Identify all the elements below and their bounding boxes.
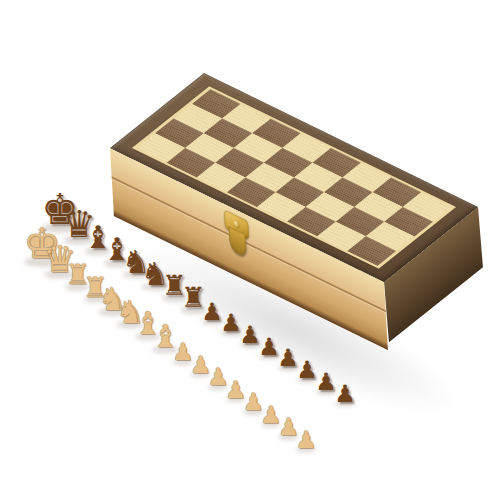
light-piece-pawn[interactable]: ♟ — [295, 427, 317, 451]
product-photo-scene: ♚♛♝♝♞♞♜♜♟♟♟♟♟♟♟♟ ♚♛♜♜♞♞♝♝♟♟♟♟♟♟♟♟ — [0, 0, 500, 500]
dark-piece-pawn[interactable]: ♟ — [334, 381, 356, 405]
